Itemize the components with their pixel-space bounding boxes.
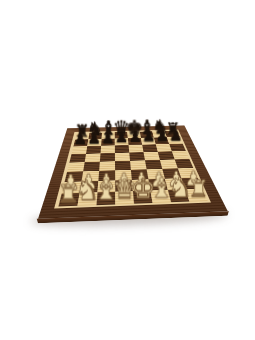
square-e1: ♚ [132,190,152,203]
square-f6 [141,144,156,152]
square-h1: ♜ [184,188,207,201]
square-c4 [98,160,114,170]
square-b3 [80,170,98,181]
square-b4 [82,161,99,171]
square-c3 [97,170,114,181]
square-f8: ♝ [139,131,153,138]
square-h8: ♜ [164,130,179,136]
square-h4 [174,158,193,167]
square-a6 [71,145,87,153]
square-d6 [114,144,128,152]
square-h3 [177,167,197,177]
square-d2: ♟ [114,179,132,191]
square-e8: ♚ [126,131,140,138]
square-c6 [100,145,114,153]
square-d3 [114,169,131,180]
board-frame: ♜♞♝♛♚♝♞♜♟♟♟♟♟♟♟♟♟♟♟♟♟♟♟♟♜♞♝♛♚♝♞♜ [38,125,228,218]
square-b2: ♟ [79,180,98,192]
square-e2: ♟ [131,179,150,191]
square-a2: ♟ [61,181,81,193]
piece-black-rook: ♜ [162,120,182,136]
product-photo: ♜♞♝♛♚♝♞♜♟♟♟♟♟♟♟♟♟♟♟♟♟♟♟♟♜♞♝♛♚♝♞♜ [0,0,255,340]
square-b7: ♟ [86,138,100,145]
square-c5 [99,152,114,161]
square-e4 [129,160,146,169]
square-g1: ♞ [167,188,189,201]
square-b8: ♞ [87,132,101,139]
square-c2: ♟ [96,180,114,192]
square-a7: ♟ [72,139,87,146]
square-g3 [161,168,180,178]
square-e7: ♟ [127,137,141,144]
square-d7: ♟ [114,138,128,145]
square-b6 [85,145,100,153]
square-c1: ♝ [95,191,114,204]
square-e6 [128,144,143,152]
square-d4 [114,160,130,170]
square-h7: ♟ [166,136,182,143]
square-a5 [68,153,85,162]
square-d5 [114,152,129,161]
board-inner-strip: ♜♞♝♛♚♝♞♜♟♟♟♟♟♟♟♟♟♟♟♟♟♟♟♟♜♞♝♛♚♝♞♜ [54,129,211,208]
chess-board: ♜♞♝♛♚♝♞♜♟♟♟♟♟♟♟♟♟♟♟♟♟♟♟♟♜♞♝♛♚♝♞♜ [57,130,206,206]
square-h2: ♟ [180,177,201,189]
square-a8: ♜ [74,132,88,139]
square-f7: ♟ [140,137,155,144]
square-g4 [159,159,177,168]
square-h6 [168,143,185,151]
square-e5 [128,151,144,160]
square-c8: ♝ [101,132,114,139]
square-e3 [130,169,147,180]
square-h5 [171,150,189,158]
square-d1: ♛ [114,190,133,203]
square-d8: ♛ [114,131,127,138]
square-b1: ♞ [76,191,96,204]
square-a1: ♜ [57,192,78,205]
square-f5 [142,151,158,160]
square-a4 [66,161,84,171]
square-c7: ♟ [100,138,114,145]
square-a3 [64,171,83,182]
square-b5 [84,153,100,162]
